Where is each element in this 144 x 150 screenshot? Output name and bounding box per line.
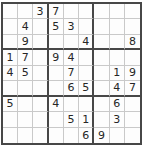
cell-r7c3[interactable]: [33, 97, 48, 112]
cell-r2c1[interactable]: [3, 19, 18, 34]
cell-r4c3[interactable]: [33, 50, 48, 65]
cell-r1c7[interactable]: [94, 4, 109, 19]
cell-r6c5[interactable]: 6: [64, 81, 79, 96]
cell-r1c9[interactable]: [125, 4, 140, 19]
cell-r3c9[interactable]: 8: [125, 35, 140, 50]
cell-r5c5[interactable]: 7: [64, 66, 79, 81]
cell-r7c5[interactable]: [64, 97, 79, 112]
cell-r5c6[interactable]: [79, 66, 94, 81]
cell-r5c2[interactable]: 5: [18, 66, 33, 81]
cell-r4c6[interactable]: [79, 50, 94, 65]
cell-r2c6[interactable]: [79, 19, 94, 34]
cell-r1c8[interactable]: [110, 4, 125, 19]
cell-r7c2[interactable]: [18, 97, 33, 112]
cell-r5c8[interactable]: 1: [110, 66, 125, 81]
cell-r4c4[interactable]: 9: [49, 50, 64, 65]
cell-r3c8[interactable]: [110, 35, 125, 50]
cell-r5c4[interactable]: [49, 66, 64, 81]
cell-r5c1[interactable]: 4: [3, 66, 18, 81]
cell-r8c8[interactable]: 3: [110, 112, 125, 127]
cell-r7c7[interactable]: [94, 97, 109, 112]
cell-r2c7[interactable]: [94, 19, 109, 34]
cell-r6c1[interactable]: [3, 81, 18, 96]
cell-r3c1[interactable]: [3, 35, 18, 50]
cell-r3c2[interactable]: 9: [18, 35, 33, 50]
cell-r2c8[interactable]: [110, 19, 125, 34]
cell-r6c3[interactable]: [33, 81, 48, 96]
cell-r7c1[interactable]: 5: [3, 97, 18, 112]
cell-r5c7[interactable]: [94, 66, 109, 81]
cell-r1c6[interactable]: [79, 4, 94, 19]
cell-r1c5[interactable]: [64, 4, 79, 19]
cell-r4c1[interactable]: 1: [3, 50, 18, 65]
cell-r2c4[interactable]: 5: [49, 19, 64, 34]
cell-r7c4[interactable]: 4: [49, 97, 64, 112]
cell-r3c5[interactable]: [64, 35, 79, 50]
cell-r9c3[interactable]: [33, 128, 48, 143]
cell-r4c2[interactable]: 7: [18, 50, 33, 65]
sudoku-board: 37453948179445719654754651369: [1, 2, 142, 145]
cell-r8c1[interactable]: [3, 112, 18, 127]
cell-r8c9[interactable]: [125, 112, 140, 127]
cell-r7c9[interactable]: [125, 97, 140, 112]
cell-r1c2[interactable]: [18, 4, 33, 19]
cell-r1c4[interactable]: 7: [49, 4, 64, 19]
cell-r9c4[interactable]: [49, 128, 64, 143]
cell-r2c3[interactable]: [33, 19, 48, 34]
cell-r5c9[interactable]: 9: [125, 66, 140, 81]
cell-r4c9[interactable]: [125, 50, 140, 65]
cell-r8c2[interactable]: [18, 112, 33, 127]
cell-r2c2[interactable]: 4: [18, 19, 33, 34]
cell-r9c1[interactable]: [3, 128, 18, 143]
cell-r6c6[interactable]: 5: [79, 81, 94, 96]
cell-r6c9[interactable]: 7: [125, 81, 140, 96]
cell-r9c2[interactable]: [18, 128, 33, 143]
cell-r3c6[interactable]: 4: [79, 35, 94, 50]
cell-r3c3[interactable]: [33, 35, 48, 50]
cell-r8c7[interactable]: [94, 112, 109, 127]
cell-r6c7[interactable]: [94, 81, 109, 96]
cell-r8c6[interactable]: 1: [79, 112, 94, 127]
cell-r6c4[interactable]: [49, 81, 64, 96]
cell-r6c2[interactable]: [18, 81, 33, 96]
cell-r1c3[interactable]: 3: [33, 4, 48, 19]
cell-r2c9[interactable]: [125, 19, 140, 34]
cell-r7c8[interactable]: 6: [110, 97, 125, 112]
cell-r5c3[interactable]: [33, 66, 48, 81]
cell-r6c8[interactable]: 4: [110, 81, 125, 96]
cell-r8c5[interactable]: 5: [64, 112, 79, 127]
cell-r9c9[interactable]: [125, 128, 140, 143]
cell-r4c5[interactable]: 4: [64, 50, 79, 65]
cell-r3c7[interactable]: [94, 35, 109, 50]
cell-r7c6[interactable]: [79, 97, 94, 112]
cell-r8c4[interactable]: [49, 112, 64, 127]
cell-r9c5[interactable]: [64, 128, 79, 143]
cell-r2c5[interactable]: 3: [64, 19, 79, 34]
cell-r1c1[interactable]: [3, 4, 18, 19]
cell-r3c4[interactable]: [49, 35, 64, 50]
cell-r9c6[interactable]: 6: [79, 128, 94, 143]
cell-r9c8[interactable]: [110, 128, 125, 143]
cell-r9c7[interactable]: 9: [94, 128, 109, 143]
cell-r4c8[interactable]: [110, 50, 125, 65]
cell-r8c3[interactable]: [33, 112, 48, 127]
cell-r4c7[interactable]: [94, 50, 109, 65]
